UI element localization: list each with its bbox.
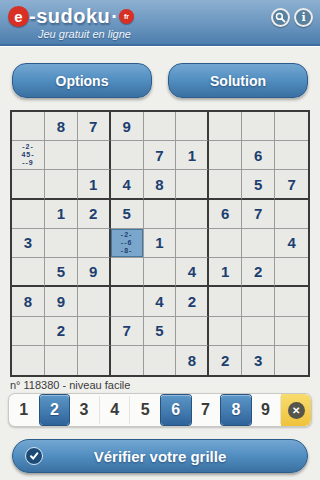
numpad-key-9[interactable]: 9: [251, 396, 282, 424]
cell-r6c6[interactable]: 4: [176, 258, 209, 287]
cell-r9c9[interactable]: [275, 346, 308, 375]
cell-r7c9[interactable]: [275, 287, 308, 316]
cell-r2c9[interactable]: [275, 141, 308, 170]
check-icon: [25, 447, 43, 465]
close-icon: ✕: [288, 402, 305, 419]
cell-r3c4[interactable]: 4: [111, 170, 144, 199]
candidate-marks: -2- --6 -8-: [121, 231, 133, 255]
cell-r4c8[interactable]: 7: [242, 200, 275, 229]
cell-r8c5[interactable]: 5: [144, 317, 177, 346]
numpad-key-4[interactable]: 4: [100, 396, 131, 424]
cell-r3c3[interactable]: 1: [78, 170, 111, 199]
numpad-key-1[interactable]: 1: [9, 396, 40, 424]
tagline: Jeu gratuit en ligne: [38, 28, 131, 40]
cell-r9c5[interactable]: [144, 346, 177, 375]
cell-r4c5[interactable]: [144, 200, 177, 229]
numpad-close-button[interactable]: ✕: [281, 394, 311, 426]
cell-r1c6[interactable]: [176, 112, 209, 141]
cell-r7c3[interactable]: [78, 287, 111, 316]
cell-r9c2[interactable]: [45, 346, 78, 375]
numpad-key-2[interactable]: 2: [40, 395, 70, 425]
candidate-marks: -2- 45- --9: [21, 143, 34, 167]
cell-r6c9[interactable]: [275, 258, 308, 287]
cell-r6c2[interactable]: 5: [45, 258, 78, 287]
cell-r7c6[interactable]: 2: [176, 287, 209, 316]
cell-r9c1[interactable]: [12, 346, 45, 375]
cell-r4c6[interactable]: [176, 200, 209, 229]
cell-r8c3[interactable]: [78, 317, 111, 346]
cell-r7c7[interactable]: [209, 287, 242, 316]
toolbar: Options Solution: [12, 63, 308, 98]
cell-r2c6[interactable]: 1: [176, 141, 209, 170]
logo-dot: ·: [111, 5, 118, 28]
cell-r3c1[interactable]: [12, 170, 45, 199]
sudoku-board: 879-2- 45- --971614857125673-2- --6 -8-1…: [10, 110, 310, 377]
cell-r5c4[interactable]: -2- --6 -8-: [111, 229, 144, 258]
cell-r1c3[interactable]: 7: [78, 112, 111, 141]
cell-r9c3[interactable]: [78, 346, 111, 375]
numpad-key-5[interactable]: 5: [130, 396, 161, 424]
cell-r9c8[interactable]: 3: [242, 346, 275, 375]
cell-r4c7[interactable]: 6: [209, 200, 242, 229]
info-glyph: i: [301, 12, 305, 23]
cell-r9c4[interactable]: [111, 346, 144, 375]
cell-r3c5[interactable]: 8: [144, 170, 177, 199]
numpad-key-3[interactable]: 3: [69, 396, 100, 424]
cell-r9c6[interactable]: 8: [176, 346, 209, 375]
cell-r4c3[interactable]: 2: [78, 200, 111, 229]
puzzle-status: n° 118380 - niveau facile: [10, 379, 130, 391]
cell-r4c4[interactable]: 5: [111, 200, 144, 229]
cell-r1c5[interactable]: [144, 112, 177, 141]
cell-r5c2[interactable]: [45, 229, 78, 258]
cell-r4c2[interactable]: 1: [45, 200, 78, 229]
cell-r7c2[interactable]: 9: [45, 287, 78, 316]
verify-button[interactable]: Vérifier votre grille: [12, 439, 308, 473]
cell-r1c2[interactable]: 8: [45, 112, 78, 141]
cell-r6c4[interactable]: [111, 258, 144, 287]
cell-r8c8[interactable]: [242, 317, 275, 346]
numpad-key-8[interactable]: 8: [221, 395, 251, 425]
cell-r5c7[interactable]: [209, 229, 242, 258]
logo-fr-badge: fr: [119, 9, 134, 24]
cell-r6c1[interactable]: [12, 258, 45, 287]
cell-r7c1[interactable]: 8: [12, 287, 45, 316]
header-icons: i: [271, 8, 313, 27]
cell-r5c5[interactable]: 1: [144, 229, 177, 258]
cell-r6c5[interactable]: [144, 258, 177, 287]
zoom-icon[interactable]: [271, 8, 290, 27]
logo-e-badge: e: [8, 6, 29, 27]
cell-r2c2[interactable]: [45, 141, 78, 170]
cell-r8c2[interactable]: 2: [45, 317, 78, 346]
cell-r3c9[interactable]: 7: [275, 170, 308, 199]
solution-button[interactable]: Solution: [168, 63, 308, 98]
cell-r5c1[interactable]: 3: [12, 229, 45, 258]
cell-r2c4[interactable]: [111, 141, 144, 170]
cell-r4c9[interactable]: [275, 200, 308, 229]
cell-r4c1[interactable]: [12, 200, 45, 229]
cell-r1c9[interactable]: [275, 112, 308, 141]
cell-r8c6[interactable]: [176, 317, 209, 346]
numpad-key-6[interactable]: 6: [161, 395, 191, 425]
numpad: 123456789✕: [8, 393, 312, 427]
cell-r1c7[interactable]: [209, 112, 242, 141]
cell-r5c3[interactable]: [78, 229, 111, 258]
info-icon[interactable]: i: [294, 8, 313, 27]
cell-r5c8[interactable]: [242, 229, 275, 258]
cell-r7c4[interactable]: [111, 287, 144, 316]
cell-r8c1[interactable]: [12, 317, 45, 346]
numpad-key-7[interactable]: 7: [191, 396, 222, 424]
cell-r2c3[interactable]: [78, 141, 111, 170]
cell-r8c4[interactable]: 7: [111, 317, 144, 346]
cell-r2c7[interactable]: [209, 141, 242, 170]
cell-r3c6[interactable]: [176, 170, 209, 199]
verify-label: Vérifier votre grille: [94, 448, 227, 465]
cell-r5c9[interactable]: 4: [275, 229, 308, 258]
header: e -sudoku · fr Jeu gratuit en ligne i: [0, 0, 320, 46]
cell-r1c4[interactable]: 9: [111, 112, 144, 141]
cell-r8c9[interactable]: [275, 317, 308, 346]
cell-r2c5[interactable]: 7: [144, 141, 177, 170]
cell-r5c6[interactable]: [176, 229, 209, 258]
cell-r6c7[interactable]: 1: [209, 258, 242, 287]
options-button[interactable]: Options: [12, 63, 152, 98]
cell-r1c8[interactable]: [242, 112, 275, 141]
cell-r8c7[interactable]: [209, 317, 242, 346]
logo-text: -sudoku: [29, 5, 110, 28]
cell-r6c8[interactable]: 2: [242, 258, 275, 287]
cell-r7c5[interactable]: 4: [144, 287, 177, 316]
cell-r3c8[interactable]: 5: [242, 170, 275, 199]
cell-r2c1[interactable]: -2- 45- --9: [12, 141, 45, 170]
app-screen: e -sudoku · fr Jeu gratuit en ligne i Op…: [0, 0, 320, 480]
cell-r3c2[interactable]: [45, 170, 78, 199]
cell-r7c8[interactable]: [242, 287, 275, 316]
cell-r6c3[interactable]: 9: [78, 258, 111, 287]
cell-r1c1[interactable]: [12, 112, 45, 141]
cell-r2c8[interactable]: 6: [242, 141, 275, 170]
logo: e -sudoku · fr: [8, 5, 134, 28]
cell-r3c7[interactable]: [209, 170, 242, 199]
cell-r9c7[interactable]: 2: [209, 346, 242, 375]
